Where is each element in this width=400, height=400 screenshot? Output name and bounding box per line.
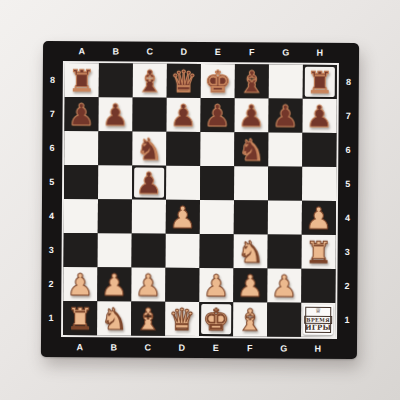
file-label-bottom-G: G [267, 338, 301, 358]
piece-white-pawn[interactable]: ♟ [63, 267, 97, 301]
square-e5[interactable] [200, 166, 234, 200]
piece-white-rook[interactable]: ♜ [302, 235, 336, 269]
piece-white-pawn[interactable]: ♟ [199, 268, 233, 302]
square-c4[interactable] [132, 200, 166, 234]
file-labels-top: ABCDEFGH [65, 41, 337, 63]
square-c7[interactable] [132, 98, 166, 132]
file-label-bottom-C: C [131, 338, 165, 358]
square-b1[interactable]: ♞ [97, 301, 131, 335]
square-f3[interactable]: ♞ [234, 234, 268, 268]
square-h4[interactable]: ♟ [302, 201, 336, 235]
square-b8[interactable] [99, 63, 133, 97]
square-c3[interactable] [132, 234, 166, 268]
rank-label-right-6: 6 [338, 133, 358, 167]
square-h3[interactable]: ♜ [302, 235, 336, 269]
piece-black-king[interactable]: ♚ [201, 64, 235, 98]
piece-white-queen[interactable]: ♛ [165, 302, 199, 336]
piece-black-queen[interactable]: ♛ [167, 64, 201, 98]
file-label-top-H: H [303, 43, 337, 63]
rank-label-left-7: 7 [42, 97, 62, 131]
rank-label-left-2: 2 [41, 267, 61, 301]
square-g3[interactable] [268, 234, 302, 268]
piece-white-pawn[interactable]: ♟ [166, 200, 200, 234]
brand-tile: ♕ ВРЕМЯ ИГРЫ [303, 305, 333, 335]
square-f5[interactable] [234, 166, 268, 200]
square-f7[interactable]: ♟ [234, 98, 268, 132]
file-label-top-E: E [201, 42, 235, 62]
square-h8[interactable]: ♜ [303, 65, 337, 99]
square-e3[interactable] [200, 234, 234, 268]
square-f1[interactable]: ♝ [233, 302, 267, 336]
file-label-top-G: G [269, 42, 303, 62]
piece-black-knight[interactable]: ♞ [132, 132, 166, 166]
square-g2[interactable]: ♟ [267, 268, 301, 302]
rank-label-right-2: 2 [337, 269, 357, 303]
rank-label-left-1: 1 [41, 301, 61, 335]
square-d5[interactable] [166, 166, 200, 200]
square-c1[interactable]: ♝ [131, 302, 165, 336]
square-a1[interactable]: ♜ [63, 301, 97, 335]
square-a2[interactable]: ♟ [63, 267, 97, 301]
square-b6[interactable] [98, 131, 132, 165]
square-h5[interactable] [302, 167, 336, 201]
square-e6[interactable] [200, 132, 234, 166]
square-e7[interactable]: ♟ [200, 98, 234, 132]
square-c5[interactable]: ♟ [132, 166, 166, 200]
rank-labels-left: 87654321 [41, 63, 63, 335]
file-label-top-B: B [99, 41, 133, 61]
piece-white-rook[interactable]: ♜ [63, 301, 97, 335]
square-a4[interactable] [64, 199, 98, 233]
piece-white-king[interactable]: ♚ [199, 302, 233, 336]
piece-white-pawn[interactable]: ♟ [97, 267, 131, 301]
piece-black-pawn[interactable]: ♟ [64, 97, 98, 131]
file-label-top-F: F [235, 42, 269, 62]
file-label-top-A: A [65, 41, 99, 61]
piece-white-pawn[interactable]: ♟ [302, 201, 336, 235]
piece-black-pawn[interactable]: ♟ [234, 98, 268, 132]
square-g1[interactable] [267, 302, 301, 336]
square-a8[interactable]: ♜ [65, 63, 99, 97]
square-b3[interactable] [98, 233, 132, 267]
square-g5[interactable] [268, 166, 302, 200]
square-f2[interactable]: ♟ [233, 268, 267, 302]
square-g7[interactable]: ♟ [268, 98, 302, 132]
square-f8[interactable]: ♝ [235, 64, 269, 98]
piece-white-pawn[interactable]: ♟ [131, 268, 165, 302]
square-b2[interactable]: ♟ [97, 267, 131, 301]
square-c2[interactable]: ♟ [131, 268, 165, 302]
file-label-bottom-F: F [233, 338, 267, 358]
piece-black-bishop[interactable]: ♝ [133, 64, 167, 98]
square-a5[interactable] [64, 165, 98, 199]
rank-label-right-5: 5 [338, 167, 358, 201]
square-d7[interactable]: ♟ [166, 98, 200, 132]
piece-black-pawn[interactable]: ♟ [268, 98, 302, 132]
demonstration-chess-board: ABCDEFGH ABCDEFGH 87654321 87654321 ♜♝♛♚… [41, 41, 359, 359]
rank-label-right-1: 1 [337, 303, 357, 337]
square-b7[interactable]: ♟ [98, 97, 132, 131]
board-squares-grid: ♜♝♛♚♝♜♟♟♟♟♟♟♟♞♞♟♟♟♞♜♟♟♟♟♟♟♜♞♝♛♚♝ [61, 61, 339, 339]
rank-label-left-6: 6 [42, 131, 62, 165]
square-h6[interactable] [302, 133, 336, 167]
square-d4[interactable]: ♟ [166, 200, 200, 234]
square-a7[interactable]: ♟ [64, 97, 98, 131]
square-a6[interactable] [64, 131, 98, 165]
file-label-top-D: D [167, 42, 201, 62]
square-a3[interactable] [64, 233, 98, 267]
rank-label-left-3: 3 [42, 233, 62, 267]
brand-frame: ♕ ВРЕМЯ ИГРЫ [305, 307, 331, 333]
square-b5[interactable] [98, 165, 132, 199]
piece-white-pawn[interactable]: ♟ [267, 268, 301, 302]
square-e1[interactable]: ♚ [199, 302, 233, 336]
square-e2[interactable]: ♟ [199, 268, 233, 302]
square-d2[interactable] [165, 268, 199, 302]
rank-label-right-3: 3 [338, 235, 358, 269]
piece-black-knight[interactable]: ♞ [234, 132, 268, 166]
rank-label-left-5: 5 [42, 165, 62, 199]
square-h2[interactable] [301, 269, 335, 303]
square-g8[interactable] [269, 64, 303, 98]
square-e4[interactable] [200, 200, 234, 234]
square-b4[interactable] [98, 199, 132, 233]
file-label-bottom-B: B [97, 337, 131, 357]
file-label-bottom-H: H [301, 339, 335, 359]
rank-label-right-8: 8 [339, 65, 359, 99]
square-d6[interactable] [166, 132, 200, 166]
square-f4[interactable] [234, 200, 268, 234]
rank-label-left-4: 4 [42, 199, 62, 233]
crown-icon: ♕ [315, 308, 321, 315]
piece-black-pawn[interactable]: ♟ [200, 98, 234, 132]
square-c8[interactable]: ♝ [133, 64, 167, 98]
piece-black-rook[interactable]: ♜ [303, 65, 337, 99]
brand-line2: ИГРЫ [305, 324, 331, 332]
file-label-bottom-A: A [63, 337, 97, 357]
piece-black-pawn[interactable]: ♟ [132, 166, 166, 200]
file-labels-bottom: ABCDEFGH [63, 337, 335, 359]
file-label-bottom-D: D [165, 338, 199, 358]
square-d8[interactable]: ♛ [167, 64, 201, 98]
file-label-top-C: C [133, 42, 167, 62]
piece-white-knight[interactable]: ♞ [97, 301, 131, 335]
square-f6[interactable]: ♞ [234, 132, 268, 166]
piece-black-pawn[interactable]: ♟ [302, 99, 336, 133]
square-c6[interactable]: ♞ [132, 132, 166, 166]
square-h7[interactable]: ♟ [302, 99, 336, 133]
square-e8[interactable]: ♚ [201, 64, 235, 98]
square-g6[interactable] [268, 132, 302, 166]
piece-white-bishop[interactable]: ♝ [233, 302, 267, 336]
square-d1[interactable]: ♛ [165, 302, 199, 336]
rank-label-left-8: 8 [43, 63, 63, 97]
rank-labels-right: 87654321 [337, 65, 359, 337]
rank-label-right-7: 7 [338, 99, 358, 133]
piece-black-pawn[interactable]: ♟ [98, 97, 132, 131]
square-d3[interactable] [166, 234, 200, 268]
piece-black-rook[interactable]: ♜ [65, 63, 99, 97]
piece-black-pawn[interactable]: ♟ [166, 98, 200, 132]
rank-label-right-4: 4 [338, 201, 358, 235]
piece-white-knight[interactable]: ♞ [234, 234, 268, 268]
piece-black-bishop[interactable]: ♝ [235, 64, 269, 98]
piece-white-pawn[interactable]: ♟ [233, 268, 267, 302]
square-g4[interactable] [268, 200, 302, 234]
piece-white-bishop[interactable]: ♝ [131, 302, 165, 336]
file-label-bottom-E: E [199, 338, 233, 358]
